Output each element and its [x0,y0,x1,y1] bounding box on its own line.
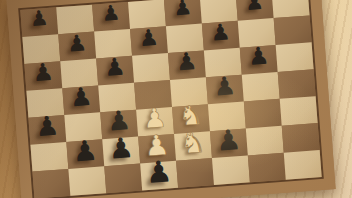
square[interactable] [276,42,314,72]
square[interactable] [282,123,320,153]
black-pawn[interactable]: ♟ [175,50,198,75]
square[interactable]: ♟ [206,75,244,105]
black-pawn[interactable]: ♟ [107,134,134,164]
black-pawn[interactable]: ♟ [72,136,99,166]
black-pawn[interactable]: ♟ [210,21,232,45]
black-pawn[interactable]: ♟ [244,0,264,14]
black-pawn[interactable]: ♟ [172,0,192,20]
square[interactable]: ♟ [20,7,58,37]
black-pawn[interactable]: ♟ [69,84,93,111]
black-pawn[interactable]: ♟ [103,55,126,80]
square[interactable] [246,126,284,156]
chessboard-grid: ♟♟♟♟♟♟♟♟♟♟♟♟♟♟♟♟♞♟♟♟♞♟♟ [20,0,321,198]
square[interactable]: ♟ [168,50,206,80]
square[interactable] [104,164,142,194]
black-pawn[interactable]: ♟ [101,3,121,25]
black-pawn[interactable]: ♟ [66,31,88,55]
black-pawn[interactable]: ♟ [32,60,55,85]
black-pawn[interactable]: ♟ [247,44,270,69]
square[interactable] [176,158,214,188]
square[interactable]: ♟ [66,139,104,169]
square[interactable] [212,155,250,185]
square[interactable]: ♟ [202,21,240,51]
photo-scene: ♟♟♟♟♟♟♟♟♟♟♟♟♟♟♟♟♞♟♟♟♞♟♟ [0,0,352,198]
black-pawn[interactable]: ♟ [29,8,49,30]
square[interactable]: ♟ [210,128,248,158]
square[interactable] [248,153,286,183]
square[interactable]: ♟ [28,115,66,145]
square[interactable] [278,69,316,99]
square[interactable] [284,150,322,180]
square[interactable] [132,53,170,83]
square[interactable]: ♟ [164,0,202,26]
square[interactable]: ♟ [130,26,168,56]
square[interactable]: ♟ [24,61,62,91]
square[interactable]: ♟ [58,32,96,62]
black-pawn[interactable]: ♟ [34,113,60,141]
black-pawn[interactable]: ♟ [212,73,236,100]
square[interactable] [30,142,68,172]
square[interactable]: ♟ [96,56,134,86]
square[interactable]: ♟ [92,2,130,32]
chessboard: ♟♟♟♟♟♟♟♟♟♟♟♟♟♟♟♟♞♟♟♟♞♟♟ [6,0,335,198]
square[interactable] [32,169,70,198]
black-pawn[interactable]: ♟ [138,26,160,50]
square[interactable] [242,72,280,102]
black-pawn[interactable]: ♟ [145,157,173,188]
square[interactable] [280,96,318,126]
black-pawn[interactable]: ♟ [215,125,242,155]
square[interactable]: ♟ [102,137,140,167]
square[interactable] [274,15,312,45]
square[interactable] [244,99,282,129]
square[interactable]: ♟ [62,85,100,115]
white-knight[interactable]: ♞ [179,128,206,158]
square[interactable]: ♟ [140,161,178,191]
square[interactable]: ♟ [240,45,278,75]
square[interactable] [68,166,106,196]
square[interactable]: ♞ [174,131,212,161]
